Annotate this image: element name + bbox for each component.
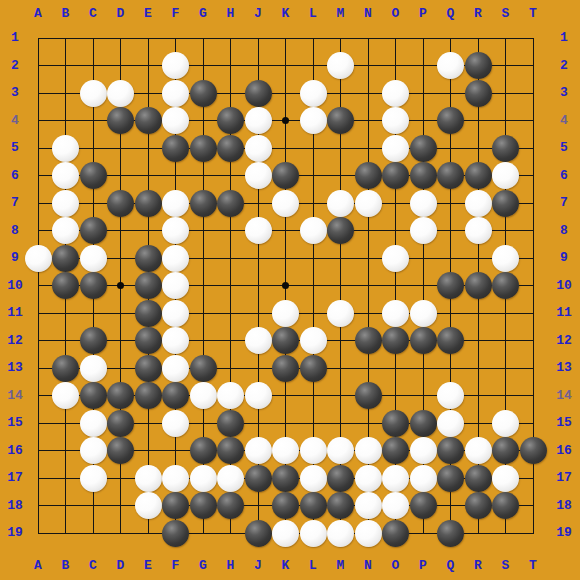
white-stone-N16: [355, 437, 382, 464]
white-stone-N18: [355, 492, 382, 519]
row-label-right-10: 10: [553, 278, 575, 294]
white-stone-B6: [52, 162, 79, 189]
white-stone-F2: [162, 52, 189, 79]
black-stone-G5: [190, 135, 217, 162]
white-stone-G14: [190, 382, 217, 409]
white-stone-F17: [162, 465, 189, 492]
column-label-top-F: F: [165, 6, 187, 22]
black-stone-G13: [190, 355, 217, 382]
white-stone-R7: [465, 190, 492, 217]
black-stone-B9: [52, 245, 79, 272]
black-stone-M8: [327, 217, 354, 244]
column-label-bottom-O: O: [385, 558, 407, 574]
row-label-left-14: 14: [4, 388, 26, 404]
black-stone-S7: [492, 190, 519, 217]
black-stone-D16: [107, 437, 134, 464]
black-stone-S5: [492, 135, 519, 162]
white-stone-F7: [162, 190, 189, 217]
white-stone-F9: [162, 245, 189, 272]
black-stone-B13: [52, 355, 79, 382]
white-stone-K19: [272, 520, 299, 547]
column-label-bottom-P: P: [412, 558, 434, 574]
row-label-left-11: 11: [4, 305, 26, 321]
black-stone-G18: [190, 492, 217, 519]
black-stone-E4: [135, 107, 162, 134]
white-stone-L3: [300, 80, 327, 107]
column-label-top-Q: Q: [440, 6, 462, 22]
white-stone-F13: [162, 355, 189, 382]
column-label-top-T: T: [522, 6, 544, 22]
black-stone-F14: [162, 382, 189, 409]
row-label-left-15: 15: [4, 415, 26, 431]
white-stone-H14: [217, 382, 244, 409]
column-label-top-N: N: [357, 6, 379, 22]
row-label-right-5: 5: [553, 140, 575, 156]
column-label-bottom-T: T: [522, 558, 544, 574]
row-label-right-6: 6: [553, 168, 575, 184]
black-stone-R6: [465, 162, 492, 189]
white-stone-P17: [410, 465, 437, 492]
black-stone-D15: [107, 410, 134, 437]
white-stone-F15: [162, 410, 189, 437]
white-stone-L8: [300, 217, 327, 244]
black-stone-P18: [410, 492, 437, 519]
white-stone-O4: [382, 107, 409, 134]
white-stone-C13: [80, 355, 107, 382]
black-stone-Q6: [437, 162, 464, 189]
black-stone-E13: [135, 355, 162, 382]
black-stone-F18: [162, 492, 189, 519]
row-label-left-9: 9: [4, 250, 26, 266]
column-label-bottom-J: J: [247, 558, 269, 574]
black-stone-H18: [217, 492, 244, 519]
black-stone-T16: [520, 437, 547, 464]
row-label-right-7: 7: [553, 195, 575, 211]
white-stone-M11: [327, 300, 354, 327]
row-label-right-11: 11: [553, 305, 575, 321]
white-stone-A9: [25, 245, 52, 272]
white-stone-O17: [382, 465, 409, 492]
white-stone-L12: [300, 327, 327, 354]
white-stone-N17: [355, 465, 382, 492]
black-stone-O19: [382, 520, 409, 547]
row-label-left-1: 1: [4, 30, 26, 46]
grid-line-horizontal: [38, 38, 534, 39]
black-stone-K13: [272, 355, 299, 382]
column-label-bottom-N: N: [357, 558, 379, 574]
row-label-right-17: 17: [553, 470, 575, 486]
white-stone-R16: [465, 437, 492, 464]
black-stone-F19: [162, 520, 189, 547]
hoshi-dot-D10: [117, 282, 124, 289]
white-stone-F8: [162, 217, 189, 244]
column-label-top-J: J: [247, 6, 269, 22]
white-stone-E17: [135, 465, 162, 492]
black-stone-R17: [465, 465, 492, 492]
black-stone-Q17: [437, 465, 464, 492]
black-stone-P6: [410, 162, 437, 189]
black-stone-N12: [355, 327, 382, 354]
go-board[interactable]: AABBCCDDEEFFGGHHJJKKLLMMNNOOPPQQRRSSTT11…: [0, 0, 580, 580]
column-label-bottom-F: F: [165, 558, 187, 574]
black-stone-S10: [492, 272, 519, 299]
white-stone-S15: [492, 410, 519, 437]
row-label-right-15: 15: [553, 415, 575, 431]
white-stone-Q2: [437, 52, 464, 79]
black-stone-S16: [492, 437, 519, 464]
black-stone-J17: [245, 465, 272, 492]
row-label-left-13: 13: [4, 360, 26, 376]
white-stone-K7: [272, 190, 299, 217]
row-label-right-2: 2: [553, 58, 575, 74]
black-stone-M17: [327, 465, 354, 492]
column-label-bottom-G: G: [192, 558, 214, 574]
white-stone-M19: [327, 520, 354, 547]
column-label-bottom-H: H: [220, 558, 242, 574]
white-stone-P8: [410, 217, 437, 244]
white-stone-O9: [382, 245, 409, 272]
white-stone-K16: [272, 437, 299, 464]
black-stone-P15: [410, 410, 437, 437]
grid-line-horizontal: [38, 148, 534, 149]
black-stone-M18: [327, 492, 354, 519]
column-label-top-L: L: [302, 6, 324, 22]
column-label-bottom-Q: Q: [440, 558, 462, 574]
row-label-left-8: 8: [4, 223, 26, 239]
black-stone-Q19: [437, 520, 464, 547]
row-label-right-4: 4: [553, 113, 575, 129]
white-stone-O18: [382, 492, 409, 519]
black-stone-Q12: [437, 327, 464, 354]
black-stone-R18: [465, 492, 492, 519]
black-stone-Q10: [437, 272, 464, 299]
black-stone-K18: [272, 492, 299, 519]
black-stone-S18: [492, 492, 519, 519]
black-stone-P5: [410, 135, 437, 162]
column-label-bottom-B: B: [55, 558, 77, 574]
column-label-top-K: K: [275, 6, 297, 22]
black-stone-O12: [382, 327, 409, 354]
black-stone-O6: [382, 162, 409, 189]
column-label-top-C: C: [82, 6, 104, 22]
white-stone-L19: [300, 520, 327, 547]
black-stone-D7: [107, 190, 134, 217]
white-stone-E18: [135, 492, 162, 519]
black-stone-B10: [52, 272, 79, 299]
white-stone-J16: [245, 437, 272, 464]
row-label-left-4: 4: [4, 113, 26, 129]
black-stone-G16: [190, 437, 217, 464]
white-stone-B7: [52, 190, 79, 217]
black-stone-K6: [272, 162, 299, 189]
grid-line-horizontal: [38, 230, 534, 231]
white-stone-B8: [52, 217, 79, 244]
white-stone-L17: [300, 465, 327, 492]
white-stone-R8: [465, 217, 492, 244]
row-label-left-3: 3: [4, 85, 26, 101]
column-label-bottom-M: M: [330, 558, 352, 574]
column-label-top-M: M: [330, 6, 352, 22]
white-stone-L16: [300, 437, 327, 464]
row-label-left-16: 16: [4, 443, 26, 459]
white-stone-C3: [80, 80, 107, 107]
white-stone-B5: [52, 135, 79, 162]
black-stone-R2: [465, 52, 492, 79]
row-label-left-17: 17: [4, 470, 26, 486]
black-stone-N6: [355, 162, 382, 189]
black-stone-C14: [80, 382, 107, 409]
white-stone-O3: [382, 80, 409, 107]
row-label-left-12: 12: [4, 333, 26, 349]
row-label-left-5: 5: [4, 140, 26, 156]
column-label-top-A: A: [27, 6, 49, 22]
white-stone-O11: [382, 300, 409, 327]
row-label-left-6: 6: [4, 168, 26, 184]
white-stone-F4: [162, 107, 189, 134]
white-stone-K11: [272, 300, 299, 327]
white-stone-P16: [410, 437, 437, 464]
black-stone-O16: [382, 437, 409, 464]
row-label-left-10: 10: [4, 278, 26, 294]
black-stone-R3: [465, 80, 492, 107]
white-stone-S6: [492, 162, 519, 189]
black-stone-J19: [245, 520, 272, 547]
row-label-left-19: 19: [4, 525, 26, 541]
black-stone-C10: [80, 272, 107, 299]
black-stone-Q16: [437, 437, 464, 464]
white-stone-M16: [327, 437, 354, 464]
white-stone-M2: [327, 52, 354, 79]
black-stone-D14: [107, 382, 134, 409]
black-stone-K17: [272, 465, 299, 492]
white-stone-Q15: [437, 410, 464, 437]
black-stone-C6: [80, 162, 107, 189]
column-label-bottom-S: S: [495, 558, 517, 574]
white-stone-F10: [162, 272, 189, 299]
white-stone-H17: [217, 465, 244, 492]
column-label-bottom-D: D: [110, 558, 132, 574]
row-label-right-16: 16: [553, 443, 575, 459]
white-stone-M7: [327, 190, 354, 217]
column-label-bottom-K: K: [275, 558, 297, 574]
white-stone-C15: [80, 410, 107, 437]
white-stone-J14: [245, 382, 272, 409]
grid-line-horizontal: [38, 258, 534, 259]
black-stone-R10: [465, 272, 492, 299]
white-stone-O5: [382, 135, 409, 162]
white-stone-C9: [80, 245, 107, 272]
white-stone-S17: [492, 465, 519, 492]
column-label-top-R: R: [467, 6, 489, 22]
column-label-top-H: H: [220, 6, 242, 22]
white-stone-C16: [80, 437, 107, 464]
white-stone-J12: [245, 327, 272, 354]
white-stone-S9: [492, 245, 519, 272]
white-stone-G17: [190, 465, 217, 492]
white-stone-J4: [245, 107, 272, 134]
white-stone-Q14: [437, 382, 464, 409]
black-stone-G7: [190, 190, 217, 217]
column-label-top-S: S: [495, 6, 517, 22]
column-label-top-G: G: [192, 6, 214, 22]
column-label-bottom-L: L: [302, 558, 324, 574]
white-stone-D3: [107, 80, 134, 107]
black-stone-E11: [135, 300, 162, 327]
hoshi-dot-K10: [282, 282, 289, 289]
column-label-top-B: B: [55, 6, 77, 22]
hoshi-dot-K4: [282, 117, 289, 124]
white-stone-F11: [162, 300, 189, 327]
column-label-top-P: P: [412, 6, 434, 22]
white-stone-N19: [355, 520, 382, 547]
grid-line-vertical: [38, 38, 39, 534]
row-label-right-18: 18: [553, 498, 575, 514]
black-stone-C12: [80, 327, 107, 354]
column-label-top-E: E: [137, 6, 159, 22]
white-stone-L4: [300, 107, 327, 134]
column-label-bottom-R: R: [467, 558, 489, 574]
white-stone-J5: [245, 135, 272, 162]
white-stone-P11: [410, 300, 437, 327]
column-label-bottom-E: E: [137, 558, 159, 574]
black-stone-Q4: [437, 107, 464, 134]
white-stone-J6: [245, 162, 272, 189]
black-stone-D4: [107, 107, 134, 134]
column-label-bottom-C: C: [82, 558, 104, 574]
black-stone-L13: [300, 355, 327, 382]
row-label-right-8: 8: [553, 223, 575, 239]
white-stone-F12: [162, 327, 189, 354]
row-label-left-7: 7: [4, 195, 26, 211]
column-label-top-D: D: [110, 6, 132, 22]
black-stone-L18: [300, 492, 327, 519]
black-stone-E7: [135, 190, 162, 217]
white-stone-P7: [410, 190, 437, 217]
black-stone-F5: [162, 135, 189, 162]
black-stone-J3: [245, 80, 272, 107]
row-label-left-18: 18: [4, 498, 26, 514]
row-label-right-3: 3: [553, 85, 575, 101]
black-stone-E10: [135, 272, 162, 299]
row-label-right-9: 9: [553, 250, 575, 266]
row-label-left-2: 2: [4, 58, 26, 74]
black-stone-H7: [217, 190, 244, 217]
column-label-top-O: O: [385, 6, 407, 22]
white-stone-N7: [355, 190, 382, 217]
row-label-right-1: 1: [553, 30, 575, 46]
row-label-right-12: 12: [553, 333, 575, 349]
black-stone-K12: [272, 327, 299, 354]
black-stone-P12: [410, 327, 437, 354]
black-stone-E9: [135, 245, 162, 272]
white-stone-F3: [162, 80, 189, 107]
black-stone-H4: [217, 107, 244, 134]
black-stone-M4: [327, 107, 354, 134]
black-stone-H16: [217, 437, 244, 464]
black-stone-H15: [217, 410, 244, 437]
row-label-right-13: 13: [553, 360, 575, 376]
black-stone-H5: [217, 135, 244, 162]
black-stone-E14: [135, 382, 162, 409]
black-stone-G3: [190, 80, 217, 107]
white-stone-C17: [80, 465, 107, 492]
row-label-right-14: 14: [553, 388, 575, 404]
black-stone-C8: [80, 217, 107, 244]
column-label-bottom-A: A: [27, 558, 49, 574]
white-stone-B14: [52, 382, 79, 409]
row-label-right-19: 19: [553, 525, 575, 541]
black-stone-O15: [382, 410, 409, 437]
black-stone-E12: [135, 327, 162, 354]
white-stone-J8: [245, 217, 272, 244]
black-stone-N14: [355, 382, 382, 409]
